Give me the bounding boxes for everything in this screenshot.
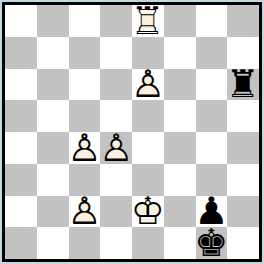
- square-b3[interactable]: [37, 164, 69, 196]
- square-c7[interactable]: [69, 37, 101, 69]
- square-c2[interactable]: ♟♙: [69, 196, 101, 228]
- square-e6[interactable]: ♟♙: [132, 69, 164, 101]
- square-d5[interactable]: [100, 100, 132, 132]
- square-c6[interactable]: [69, 69, 101, 101]
- square-a2[interactable]: [5, 196, 37, 228]
- square-e8[interactable]: ♜♖: [132, 5, 164, 37]
- square-e5[interactable]: [132, 100, 164, 132]
- square-a3[interactable]: [5, 164, 37, 196]
- white-pawn-fill: ♟: [100, 132, 132, 164]
- square-a7[interactable]: [5, 37, 37, 69]
- square-c1[interactable]: [69, 227, 101, 259]
- white-rook: ♖: [132, 5, 164, 37]
- square-a1[interactable]: [5, 227, 37, 259]
- square-h4[interactable]: [227, 132, 259, 164]
- square-c3[interactable]: [69, 164, 101, 196]
- square-e7[interactable]: [132, 37, 164, 69]
- white-king: ♔: [132, 196, 164, 228]
- square-d4[interactable]: ♟♙: [100, 132, 132, 164]
- square-c5[interactable]: [69, 100, 101, 132]
- black-king: ♚: [196, 227, 228, 259]
- square-h1[interactable]: [227, 227, 259, 259]
- square-f8[interactable]: [164, 5, 196, 37]
- square-f2[interactable]: [164, 196, 196, 228]
- square-f1[interactable]: [164, 227, 196, 259]
- square-g1[interactable]: ♚: [196, 227, 228, 259]
- square-d3[interactable]: [100, 164, 132, 196]
- white-pawn: ♙: [132, 69, 164, 101]
- square-g3[interactable]: [196, 164, 228, 196]
- white-pawn: ♙: [100, 132, 132, 164]
- square-g8[interactable]: [196, 5, 228, 37]
- white-king-fill: ♚: [132, 196, 164, 228]
- black-pawn: ♟: [196, 196, 228, 228]
- square-g5[interactable]: [196, 100, 228, 132]
- square-b5[interactable]: [37, 100, 69, 132]
- square-e4[interactable]: [132, 132, 164, 164]
- square-a5[interactable]: [5, 100, 37, 132]
- square-b4[interactable]: [37, 132, 69, 164]
- square-f7[interactable]: [164, 37, 196, 69]
- square-c8[interactable]: [69, 5, 101, 37]
- square-d2[interactable]: [100, 196, 132, 228]
- square-a8[interactable]: [5, 5, 37, 37]
- square-f3[interactable]: [164, 164, 196, 196]
- square-g7[interactable]: [196, 37, 228, 69]
- white-pawn-fill: ♟: [132, 69, 164, 101]
- square-b2[interactable]: [37, 196, 69, 228]
- square-d6[interactable]: [100, 69, 132, 101]
- square-d1[interactable]: [100, 227, 132, 259]
- square-b6[interactable]: [37, 69, 69, 101]
- square-f4[interactable]: [164, 132, 196, 164]
- square-g6[interactable]: [196, 69, 228, 101]
- square-b1[interactable]: [37, 227, 69, 259]
- square-e2[interactable]: ♚♔: [132, 196, 164, 228]
- white-pawn: ♙: [69, 196, 101, 228]
- white-pawn: ♙: [69, 132, 101, 164]
- square-h6[interactable]: ♜: [227, 69, 259, 101]
- square-h3[interactable]: [227, 164, 259, 196]
- white-pawn-fill: ♟: [69, 132, 101, 164]
- square-c4[interactable]: ♟♙: [69, 132, 101, 164]
- square-h2[interactable]: [227, 196, 259, 228]
- square-f6[interactable]: [164, 69, 196, 101]
- square-g2[interactable]: ♟: [196, 196, 228, 228]
- square-d7[interactable]: [100, 37, 132, 69]
- square-b8[interactable]: [37, 5, 69, 37]
- white-rook-fill: ♜: [132, 5, 164, 37]
- square-h5[interactable]: [227, 100, 259, 132]
- square-h8[interactable]: [227, 5, 259, 37]
- white-pawn-fill: ♟: [69, 196, 101, 228]
- square-a4[interactable]: [5, 132, 37, 164]
- square-d8[interactable]: [100, 5, 132, 37]
- square-f5[interactable]: [164, 100, 196, 132]
- square-g4[interactable]: [196, 132, 228, 164]
- square-b7[interactable]: [37, 37, 69, 69]
- square-e1[interactable]: [132, 227, 164, 259]
- square-a6[interactable]: [5, 69, 37, 101]
- diagram-frame: ♜♖♟♙♜♟♙♟♙♟♙♚♔♟♚: [0, 0, 264, 264]
- black-rook: ♜: [227, 69, 259, 101]
- square-h7[interactable]: [227, 37, 259, 69]
- chess-board: ♜♖♟♙♜♟♙♟♙♟♙♚♔♟♚: [2, 2, 262, 262]
- square-e3[interactable]: [132, 164, 164, 196]
